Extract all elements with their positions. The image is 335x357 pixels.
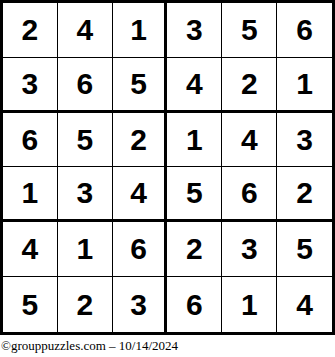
- cell-r6c2[interactable]: 2: [58, 277, 113, 332]
- cell-r3c1[interactable]: 6: [3, 113, 58, 168]
- cell-r1c3[interactable]: 1: [113, 3, 168, 58]
- cell-r4c5[interactable]: 6: [222, 167, 277, 222]
- cell-r1c2[interactable]: 4: [58, 3, 113, 58]
- cell-r2c2[interactable]: 6: [58, 58, 113, 113]
- cell-r5c5[interactable]: 3: [222, 222, 277, 277]
- cell-r6c5[interactable]: 1: [222, 277, 277, 332]
- cell-r1c6[interactable]: 6: [277, 3, 332, 58]
- cell-r1c4[interactable]: 3: [167, 3, 222, 58]
- cell-r6c3[interactable]: 3: [113, 277, 168, 332]
- sudoku-board: 241356365421652143134562416235523614: [0, 0, 335, 335]
- cell-r5c4[interactable]: 2: [167, 222, 222, 277]
- cell-r3c6[interactable]: 3: [277, 113, 332, 168]
- cell-r2c4[interactable]: 4: [167, 58, 222, 113]
- cell-r3c5[interactable]: 4: [222, 113, 277, 168]
- cell-r6c4[interactable]: 6: [167, 277, 222, 332]
- cell-r5c2[interactable]: 1: [58, 222, 113, 277]
- cell-r2c5[interactable]: 2: [222, 58, 277, 113]
- cell-r4c3[interactable]: 4: [113, 167, 168, 222]
- copyright-text: ©grouppuzzles.com – 10/14/2024: [1, 337, 178, 354]
- cell-r2c3[interactable]: 5: [113, 58, 168, 113]
- cell-r3c4[interactable]: 1: [167, 113, 222, 168]
- cell-r1c5[interactable]: 5: [222, 3, 277, 58]
- cell-r5c3[interactable]: 6: [113, 222, 168, 277]
- cell-r4c1[interactable]: 1: [3, 167, 58, 222]
- cell-r4c6[interactable]: 2: [277, 167, 332, 222]
- sudoku-page: 241356365421652143134562416235523614 ©gr…: [0, 0, 335, 357]
- cell-r4c2[interactable]: 3: [58, 167, 113, 222]
- cell-r2c1[interactable]: 3: [3, 58, 58, 113]
- cell-r3c2[interactable]: 5: [58, 113, 113, 168]
- cell-r6c1[interactable]: 5: [3, 277, 58, 332]
- cell-r4c4[interactable]: 5: [167, 167, 222, 222]
- cell-r5c1[interactable]: 4: [3, 222, 58, 277]
- cell-r2c6[interactable]: 1: [277, 58, 332, 113]
- cell-r5c6[interactable]: 5: [277, 222, 332, 277]
- cell-r1c1[interactable]: 2: [3, 3, 58, 58]
- cell-r6c6[interactable]: 4: [277, 277, 332, 332]
- cell-r3c3[interactable]: 2: [113, 113, 168, 168]
